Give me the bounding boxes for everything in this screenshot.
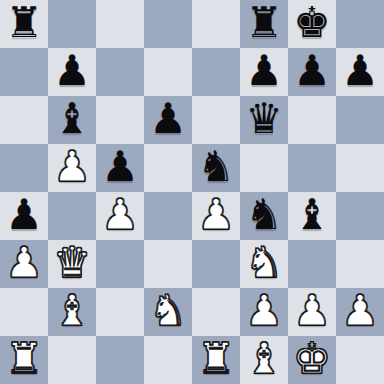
piece-black-queen[interactable]: ♛ — [245, 95, 283, 143]
square-b4[interactable] — [48, 192, 96, 240]
square-g1[interactable]: ♚ — [288, 336, 336, 384]
piece-white-pawn[interactable]: ♟ — [245, 287, 283, 335]
square-c2[interactable] — [96, 288, 144, 336]
piece-black-pawn[interactable]: ♟ — [341, 47, 379, 95]
piece-black-pawn[interactable]: ♟ — [149, 95, 187, 143]
square-g8[interactable]: ♚ — [288, 0, 336, 48]
piece-white-pawn[interactable]: ♟ — [197, 191, 235, 239]
square-b8[interactable] — [48, 0, 96, 48]
square-e6[interactable] — [192, 96, 240, 144]
square-a8[interactable]: ♜ — [0, 0, 48, 48]
square-a6[interactable] — [0, 96, 48, 144]
square-g5[interactable] — [288, 144, 336, 192]
piece-white-knight[interactable]: ♞ — [245, 239, 283, 287]
square-d8[interactable] — [144, 0, 192, 48]
piece-white-pawn[interactable]: ♟ — [53, 143, 91, 191]
square-h8[interactable] — [336, 0, 384, 48]
square-g7[interactable]: ♟ — [288, 48, 336, 96]
square-f5[interactable] — [240, 144, 288, 192]
square-h5[interactable] — [336, 144, 384, 192]
square-g6[interactable] — [288, 96, 336, 144]
square-e7[interactable] — [192, 48, 240, 96]
square-h3[interactable] — [336, 240, 384, 288]
square-h1[interactable] — [336, 336, 384, 384]
piece-white-pawn[interactable]: ♟ — [101, 191, 139, 239]
piece-black-bishop[interactable]: ♝ — [53, 95, 91, 143]
square-c3[interactable] — [96, 240, 144, 288]
square-e4[interactable]: ♟ — [192, 192, 240, 240]
piece-white-bishop[interactable]: ♝ — [53, 287, 91, 335]
piece-black-pawn[interactable]: ♟ — [293, 47, 331, 95]
square-e8[interactable] — [192, 0, 240, 48]
square-d4[interactable] — [144, 192, 192, 240]
piece-black-pawn[interactable]: ♟ — [53, 47, 91, 95]
square-a4[interactable]: ♟ — [0, 192, 48, 240]
square-h4[interactable] — [336, 192, 384, 240]
piece-white-knight[interactable]: ♞ — [149, 287, 187, 335]
piece-white-pawn[interactable]: ♟ — [293, 287, 331, 335]
square-c7[interactable] — [96, 48, 144, 96]
square-d6[interactable]: ♟ — [144, 96, 192, 144]
square-a3[interactable]: ♟ — [0, 240, 48, 288]
square-g2[interactable]: ♟ — [288, 288, 336, 336]
square-c6[interactable] — [96, 96, 144, 144]
square-h2[interactable]: ♟ — [336, 288, 384, 336]
piece-white-king[interactable]: ♚ — [293, 335, 331, 383]
piece-white-rook[interactable]: ♜ — [197, 335, 235, 383]
square-e1[interactable]: ♜ — [192, 336, 240, 384]
piece-black-knight[interactable]: ♞ — [245, 191, 283, 239]
square-e2[interactable] — [192, 288, 240, 336]
square-g3[interactable] — [288, 240, 336, 288]
piece-black-pawn[interactable]: ♟ — [5, 191, 43, 239]
square-b3[interactable]: ♛ — [48, 240, 96, 288]
square-d1[interactable] — [144, 336, 192, 384]
square-f2[interactable]: ♟ — [240, 288, 288, 336]
square-h6[interactable] — [336, 96, 384, 144]
square-e5[interactable]: ♞ — [192, 144, 240, 192]
piece-black-rook[interactable]: ♜ — [245, 0, 283, 47]
piece-black-knight[interactable]: ♞ — [197, 143, 235, 191]
square-b5[interactable]: ♟ — [48, 144, 96, 192]
square-g4[interactable]: ♝ — [288, 192, 336, 240]
square-a5[interactable] — [0, 144, 48, 192]
square-c1[interactable] — [96, 336, 144, 384]
piece-white-pawn[interactable]: ♟ — [341, 287, 379, 335]
square-d3[interactable] — [144, 240, 192, 288]
chess-board: ♜♜♚♟♟♟♟♝♟♛♟♟♞♟♟♟♞♝♟♛♞♝♞♟♟♟♜♜♝♚ — [0, 0, 384, 384]
square-c8[interactable] — [96, 0, 144, 48]
square-c5[interactable]: ♟ — [96, 144, 144, 192]
square-f6[interactable]: ♛ — [240, 96, 288, 144]
square-b7[interactable]: ♟ — [48, 48, 96, 96]
square-b6[interactable]: ♝ — [48, 96, 96, 144]
square-f8[interactable]: ♜ — [240, 0, 288, 48]
square-d2[interactable]: ♞ — [144, 288, 192, 336]
square-f7[interactable]: ♟ — [240, 48, 288, 96]
piece-white-pawn[interactable]: ♟ — [5, 239, 43, 287]
square-f4[interactable]: ♞ — [240, 192, 288, 240]
square-b1[interactable] — [48, 336, 96, 384]
square-c4[interactable]: ♟ — [96, 192, 144, 240]
square-d7[interactable] — [144, 48, 192, 96]
square-a7[interactable] — [0, 48, 48, 96]
piece-black-bishop[interactable]: ♝ — [293, 191, 331, 239]
square-e3[interactable] — [192, 240, 240, 288]
piece-black-pawn[interactable]: ♟ — [101, 143, 139, 191]
piece-black-rook[interactable]: ♜ — [5, 0, 43, 47]
square-f1[interactable]: ♝ — [240, 336, 288, 384]
piece-white-bishop[interactable]: ♝ — [245, 335, 283, 383]
piece-black-king[interactable]: ♚ — [293, 0, 331, 47]
square-a1[interactable]: ♜ — [0, 336, 48, 384]
square-d5[interactable] — [144, 144, 192, 192]
piece-white-rook[interactable]: ♜ — [5, 335, 43, 383]
square-a2[interactable] — [0, 288, 48, 336]
square-h7[interactable]: ♟ — [336, 48, 384, 96]
piece-black-pawn[interactable]: ♟ — [245, 47, 283, 95]
piece-white-queen[interactable]: ♛ — [53, 239, 91, 287]
square-f3[interactable]: ♞ — [240, 240, 288, 288]
square-b2[interactable]: ♝ — [48, 288, 96, 336]
